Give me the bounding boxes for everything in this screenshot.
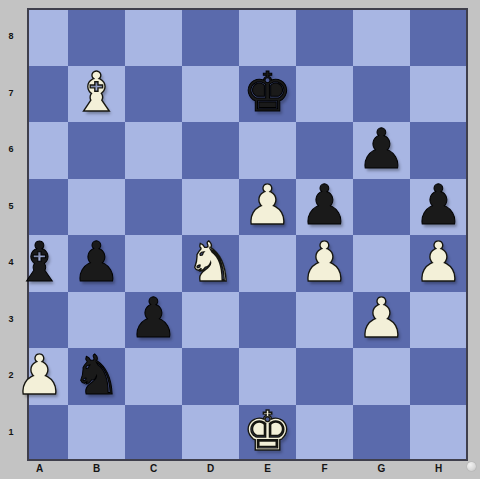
square-f8[interactable] <box>296 9 353 66</box>
piece-black-king-e7[interactable]: ♚ <box>239 65 296 122</box>
square-e8[interactable] <box>239 9 296 66</box>
square-c6[interactable] <box>125 122 182 179</box>
square-b5[interactable] <box>68 179 125 236</box>
piece-black-bishop-a4[interactable]: ♝ <box>11 234 68 291</box>
square-c2[interactable] <box>125 348 182 405</box>
square-d1[interactable] <box>182 405 239 462</box>
rank-label-3: 3 <box>0 314 22 324</box>
piece-black-knight-b2[interactable]: ♞ <box>68 347 125 404</box>
corner-grip-icon <box>467 462 476 471</box>
square-g5[interactable] <box>353 179 410 236</box>
piece-white-pawn-f4[interactable]: ♟ <box>296 234 353 291</box>
rank-label-6: 6 <box>0 144 22 154</box>
piece-white-king-e1[interactable]: ♚ <box>239 404 296 461</box>
square-b6[interactable] <box>68 122 125 179</box>
square-c4[interactable] <box>125 235 182 292</box>
piece-black-pawn-b4[interactable]: ♟ <box>68 234 125 291</box>
square-e6[interactable] <box>239 122 296 179</box>
square-h1[interactable] <box>410 405 467 462</box>
piece-black-pawn-h5[interactable]: ♟ <box>410 178 467 235</box>
square-c7[interactable] <box>125 66 182 123</box>
square-f7[interactable] <box>296 66 353 123</box>
piece-white-knight-d4[interactable]: ♞ <box>182 234 239 291</box>
square-b8[interactable] <box>68 9 125 66</box>
square-f3[interactable] <box>296 292 353 349</box>
square-d3[interactable] <box>182 292 239 349</box>
square-g8[interactable] <box>353 9 410 66</box>
square-g7[interactable] <box>353 66 410 123</box>
square-g4[interactable] <box>353 235 410 292</box>
rank-label-7: 7 <box>0 88 22 98</box>
square-f2[interactable] <box>296 348 353 405</box>
piece-white-pawn-g3[interactable]: ♟ <box>353 291 410 348</box>
rank-label-1: 1 <box>0 427 22 437</box>
rank-label-8: 8 <box>0 31 22 41</box>
file-label-e: E <box>239 463 296 474</box>
square-b1[interactable] <box>68 405 125 462</box>
square-h2[interactable] <box>410 348 467 405</box>
piece-white-pawn-h4[interactable]: ♟ <box>410 234 467 291</box>
piece-white-pawn-e5[interactable]: ♟ <box>239 178 296 235</box>
piece-black-pawn-f5[interactable]: ♟ <box>296 178 353 235</box>
file-label-h: H <box>410 463 467 474</box>
square-h6[interactable] <box>410 122 467 179</box>
square-c5[interactable] <box>125 179 182 236</box>
file-label-a: A <box>11 463 68 474</box>
file-label-g: G <box>353 463 410 474</box>
piece-white-bishop-b7[interactable]: ♝ <box>68 65 125 122</box>
piece-black-pawn-g6[interactable]: ♟ <box>353 121 410 178</box>
square-d2[interactable] <box>182 348 239 405</box>
file-label-d: D <box>182 463 239 474</box>
square-d7[interactable] <box>182 66 239 123</box>
chess-app-window: 87654321ABCDEFGH ♝♚♟♟♟♟♝♟♞♟♟♟♟♟♞♚ <box>0 0 480 479</box>
square-h7[interactable] <box>410 66 467 123</box>
square-d5[interactable] <box>182 179 239 236</box>
file-label-f: F <box>296 463 353 474</box>
rank-label-5: 5 <box>0 201 22 211</box>
square-e2[interactable] <box>239 348 296 405</box>
square-h3[interactable] <box>410 292 467 349</box>
piece-black-pawn-c3[interactable]: ♟ <box>125 291 182 348</box>
square-b3[interactable] <box>68 292 125 349</box>
square-g2[interactable] <box>353 348 410 405</box>
square-f1[interactable] <box>296 405 353 462</box>
square-c1[interactable] <box>125 405 182 462</box>
square-f6[interactable] <box>296 122 353 179</box>
square-e3[interactable] <box>239 292 296 349</box>
file-label-c: C <box>125 463 182 474</box>
square-e4[interactable] <box>239 235 296 292</box>
square-c8[interactable] <box>125 9 182 66</box>
piece-white-pawn-a2[interactable]: ♟ <box>11 347 68 404</box>
square-d6[interactable] <box>182 122 239 179</box>
square-h8[interactable] <box>410 9 467 66</box>
file-label-b: B <box>68 463 125 474</box>
square-d8[interactable] <box>182 9 239 66</box>
square-g1[interactable] <box>353 405 410 462</box>
